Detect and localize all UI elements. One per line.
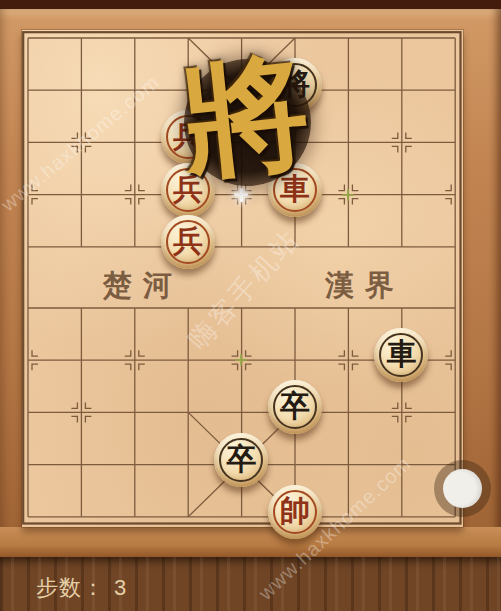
piece-red-general[interactable]: 帥 bbox=[268, 485, 322, 539]
top-band bbox=[0, 0, 501, 9]
last-move-marker bbox=[340, 187, 356, 203]
piece-red-soldier[interactable]: 兵 bbox=[161, 215, 215, 269]
piece-glyph: 帥 bbox=[280, 496, 310, 526]
game-screen: 楚河 漢界 將兵兵車兵車卒卒帥 將 www.haxkhome.com 嗨客手机站… bbox=[0, 0, 501, 611]
piece-glyph: 卒 bbox=[280, 391, 310, 421]
step-counter-value: 3 bbox=[114, 575, 127, 601]
last-move-marker bbox=[233, 352, 249, 368]
piece-glyph: 兵 bbox=[173, 226, 203, 256]
piece-black-chariot[interactable]: 車 bbox=[374, 328, 428, 382]
step-counter: 步数： 3 bbox=[36, 573, 127, 603]
step-counter-label: 步数： bbox=[36, 573, 105, 603]
check-banner-glyph: 將 bbox=[176, 48, 314, 186]
assistive-touch-button[interactable] bbox=[434, 460, 491, 517]
piece-black-soldier[interactable]: 卒 bbox=[214, 433, 268, 487]
piece-glyph: 卒 bbox=[226, 444, 256, 474]
piece-glyph: 車 bbox=[386, 339, 416, 369]
piece-black-soldier[interactable]: 卒 bbox=[268, 380, 322, 434]
assistive-touch-core bbox=[443, 469, 482, 508]
check-banner: 將 bbox=[184, 59, 311, 186]
